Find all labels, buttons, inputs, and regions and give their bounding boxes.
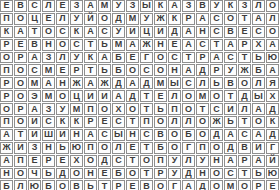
grid-cell-r5c2[interactable]: Р bbox=[14, 52, 27, 64]
grid-cell-r6c13[interactable]: Н bbox=[168, 64, 181, 76]
grid-cell-r2c5[interactable]: Л bbox=[56, 13, 69, 25]
grid-cell-r3c20[interactable]: О bbox=[266, 26, 279, 38]
grid-cell-r11c7[interactable]: А bbox=[84, 129, 97, 141]
grid-cell-r9c13[interactable]: П bbox=[168, 103, 181, 115]
grid-cell-r15c6[interactable]: В bbox=[70, 180, 83, 190]
grid-cell-r5c15[interactable]: Р bbox=[196, 52, 209, 64]
grid-cell-r8c14[interactable]: О bbox=[182, 90, 195, 102]
grid-cell-r13c17[interactable]: А bbox=[224, 155, 237, 167]
grid-cell-r10c11[interactable]: П bbox=[140, 116, 153, 128]
grid-cell-r12c5[interactable]: Ь bbox=[56, 142, 69, 154]
grid-cell-r11c14[interactable]: Б bbox=[182, 129, 195, 141]
grid-cell-r12c4[interactable]: Н bbox=[42, 142, 55, 154]
grid-cell-r3c14[interactable]: А bbox=[182, 26, 195, 38]
grid-cell-r14c9[interactable]: Б bbox=[112, 168, 125, 180]
grid-cell-r8c16[interactable]: О bbox=[210, 90, 223, 102]
grid-cell-r10c20[interactable]: К bbox=[266, 116, 279, 128]
grid-cell-r15c8[interactable]: Т bbox=[98, 180, 111, 190]
grid-cell-r1c18[interactable]: З bbox=[238, 0, 251, 12]
grid-cell-r7c5[interactable]: Н bbox=[56, 77, 69, 89]
grid-cell-r2c12[interactable]: Ж bbox=[154, 13, 167, 25]
grid-cell-r13c5[interactable]: Е bbox=[56, 155, 69, 167]
grid-cell-r14c5[interactable]: Д bbox=[56, 168, 69, 180]
grid-cell-r8c2[interactable]: О bbox=[14, 90, 27, 102]
grid-cell-r1c20[interactable]: О bbox=[266, 0, 279, 12]
grid-cell-r13c12[interactable]: П bbox=[154, 155, 167, 167]
grid-cell-r11c13[interactable]: О bbox=[168, 129, 181, 141]
grid-cell-r3c16[interactable]: С bbox=[210, 26, 223, 38]
grid-cell-r9c18[interactable]: Л bbox=[238, 103, 251, 115]
grid-cell-r2c9[interactable]: Д bbox=[112, 13, 125, 25]
grid-cell-r12c6[interactable]: Ю bbox=[70, 142, 83, 154]
grid-cell-r13c2[interactable]: П bbox=[14, 155, 27, 167]
grid-cell-r11c5[interactable]: И bbox=[56, 129, 69, 141]
grid-cell-r14c6[interactable]: О bbox=[70, 168, 83, 180]
grid-cell-r8c10[interactable]: Д bbox=[126, 90, 139, 102]
grid-cell-r11c11[interactable]: С bbox=[140, 129, 153, 141]
grid-cell-r4c17[interactable]: А bbox=[224, 39, 237, 51]
grid-cell-r13c13[interactable]: У bbox=[168, 155, 181, 167]
grid-cell-r1c11[interactable]: Ы bbox=[140, 0, 153, 12]
grid-cell-r6c20[interactable]: А bbox=[266, 64, 279, 76]
grid-cell-r9c5[interactable]: У bbox=[56, 103, 69, 115]
grid-cell-r1c12[interactable]: К bbox=[154, 0, 167, 12]
grid-cell-r13c7[interactable]: О bbox=[84, 155, 97, 167]
grid-cell-r12c1[interactable]: Ж bbox=[0, 142, 13, 154]
grid-cell-r15c5[interactable]: О bbox=[56, 180, 69, 190]
grid-cell-r9c6[interactable]: М bbox=[70, 103, 83, 115]
grid-cell-r9c8[interactable]: О bbox=[98, 103, 111, 115]
grid-cell-r11c1[interactable]: А bbox=[0, 129, 13, 141]
grid-cell-r13c15[interactable]: У bbox=[196, 155, 209, 167]
grid-cell-r8c8[interactable]: И bbox=[98, 90, 111, 102]
grid-cell-r14c7[interactable]: Н bbox=[84, 168, 97, 180]
grid-cell-r4c2[interactable]: Е bbox=[14, 39, 27, 51]
grid-cell-r3c6[interactable]: К bbox=[70, 26, 83, 38]
grid-cell-r5c11[interactable]: Г bbox=[140, 52, 153, 64]
grid-cell-r11c12[interactable]: В bbox=[154, 129, 167, 141]
grid-cell-r4c4[interactable]: Н bbox=[42, 39, 55, 51]
grid-cell-r6c12[interactable]: О bbox=[154, 64, 167, 76]
grid-cell-r9c1[interactable]: О bbox=[0, 103, 13, 115]
grid-cell-r12c20[interactable]: Г bbox=[266, 142, 279, 154]
grid-cell-r6c16[interactable]: Р bbox=[210, 64, 223, 76]
grid-cell-r3c10[interactable]: И bbox=[126, 26, 139, 38]
grid-cell-r13c11[interactable]: О bbox=[140, 155, 153, 167]
grid-cell-r15c1[interactable]: Б bbox=[0, 180, 13, 190]
grid-cell-r7c11[interactable]: Д bbox=[140, 77, 153, 89]
grid-cell-r5c12[interactable]: О bbox=[154, 52, 167, 64]
grid-cell-r15c12[interactable]: О bbox=[154, 180, 167, 190]
grid-cell-r4c15[interactable]: С bbox=[196, 39, 209, 51]
grid-cell-r8c7[interactable]: И bbox=[84, 90, 97, 102]
grid-cell-r9c19[interactable]: А bbox=[252, 103, 265, 115]
grid-cell-r1c15[interactable]: В bbox=[196, 0, 209, 12]
grid-cell-r4c12[interactable]: Н bbox=[154, 39, 167, 51]
grid-cell-r6c10[interactable]: О bbox=[126, 64, 139, 76]
grid-cell-r3c12[interactable]: И bbox=[154, 26, 167, 38]
grid-cell-r7c4[interactable]: А bbox=[42, 77, 55, 89]
grid-cell-r14c14[interactable]: Д bbox=[182, 168, 195, 180]
grid-cell-r2c10[interactable]: М bbox=[126, 13, 139, 25]
grid-cell-r12c15[interactable]: П bbox=[196, 142, 209, 154]
grid-cell-r2c14[interactable]: Р bbox=[182, 13, 195, 25]
grid-cell-r2c11[interactable]: У bbox=[140, 13, 153, 25]
grid-cell-r13c18[interactable]: Р bbox=[238, 155, 251, 167]
grid-cell-r4c7[interactable]: Т bbox=[84, 39, 97, 51]
grid-cell-r1c5[interactable]: Е bbox=[56, 0, 69, 12]
grid-cell-r15c3[interactable]: Ю bbox=[28, 180, 41, 190]
grid-cell-r11c19[interactable]: А bbox=[252, 129, 265, 141]
grid-cell-r11c6[interactable]: Н bbox=[70, 129, 83, 141]
grid-cell-r8c6[interactable]: Ц bbox=[70, 90, 83, 102]
grid-cell-r6c14[interactable]: А bbox=[182, 64, 195, 76]
grid-cell-r3c3[interactable]: Т bbox=[28, 26, 41, 38]
grid-cell-r12c14[interactable]: Г bbox=[182, 142, 195, 154]
grid-cell-r4c9[interactable]: М bbox=[112, 39, 125, 51]
grid-cell-r10c7[interactable]: Р bbox=[84, 116, 97, 128]
grid-cell-r12c10[interactable]: Е bbox=[126, 142, 139, 154]
grid-cell-r14c13[interactable]: У bbox=[168, 168, 181, 180]
grid-cell-r1c4[interactable]: Л bbox=[42, 0, 55, 12]
grid-cell-r3c9[interactable]: У bbox=[112, 26, 125, 38]
grid-cell-r7c15[interactable]: Л bbox=[196, 77, 209, 89]
grid-cell-r15c7[interactable]: Ь bbox=[84, 180, 97, 190]
grid-cell-r2c16[interactable]: С bbox=[210, 13, 223, 25]
grid-cell-r4c1[interactable]: Р bbox=[0, 39, 13, 51]
grid-cell-r4c6[interactable]: С bbox=[70, 39, 83, 51]
grid-cell-r7c19[interactable]: Л bbox=[252, 77, 265, 89]
grid-cell-r7c3[interactable]: М bbox=[28, 77, 41, 89]
grid-cell-r4c8[interactable]: Ь bbox=[98, 39, 111, 51]
grid-cell-r9c9[interactable]: Х bbox=[112, 103, 125, 115]
grid-cell-r9c17[interactable]: И bbox=[224, 103, 237, 115]
grid-cell-r14c10[interactable]: О bbox=[126, 168, 139, 180]
grid-cell-r4c16[interactable]: Т bbox=[210, 39, 223, 51]
grid-cell-r5c3[interactable]: А bbox=[28, 52, 41, 64]
grid-cell-r11c3[interactable]: И bbox=[28, 129, 41, 141]
grid-cell-r5c16[interactable]: А bbox=[210, 52, 223, 64]
grid-cell-r14c16[interactable]: О bbox=[210, 168, 223, 180]
grid-cell-r5c20[interactable]: Ю bbox=[266, 52, 279, 64]
grid-cell-r12c17[interactable]: Д bbox=[224, 142, 237, 154]
grid-cell-r9c10[interactable]: О bbox=[126, 103, 139, 115]
grid-cell-r4c11[interactable]: Ж bbox=[140, 39, 153, 51]
grid-cell-r6c18[interactable]: Ж bbox=[238, 64, 251, 76]
grid-cell-r5c5[interactable]: Л bbox=[56, 52, 69, 64]
grid-cell-r3c8[interactable]: С bbox=[98, 26, 111, 38]
grid-cell-r3c4[interactable]: О bbox=[42, 26, 55, 38]
grid-cell-r8c3[interactable]: Э bbox=[28, 90, 41, 102]
grid-cell-r4c13[interactable]: Е bbox=[168, 39, 181, 51]
grid-cell-r6c8[interactable]: Ь bbox=[98, 64, 111, 76]
grid-cell-r7c6[interactable]: Ж bbox=[70, 77, 83, 89]
grid-cell-r3c1[interactable]: К bbox=[0, 26, 13, 38]
grid-cell-r14c4[interactable]: Ь bbox=[42, 168, 55, 180]
grid-cell-r7c17[interactable]: В bbox=[224, 77, 237, 89]
grid-cell-r14c3[interactable]: Ч bbox=[28, 168, 41, 180]
grid-cell-r1c1[interactable]: Е bbox=[0, 0, 13, 12]
grid-cell-r3c13[interactable]: Д bbox=[168, 26, 181, 38]
grid-cell-r12c13[interactable]: О bbox=[168, 142, 181, 154]
grid-cell-r15c10[interactable]: Е bbox=[126, 180, 139, 190]
grid-cell-r9c16[interactable]: С bbox=[210, 103, 223, 115]
grid-cell-r6c2[interactable]: О bbox=[14, 64, 27, 76]
grid-cell-r14c20[interactable]: Ю bbox=[266, 168, 279, 180]
grid-cell-r12c8[interactable]: О bbox=[98, 142, 111, 154]
grid-cell-r13c4[interactable]: Р bbox=[42, 155, 55, 167]
grid-cell-r3c11[interactable]: Ц bbox=[140, 26, 153, 38]
grid-cell-r2c4[interactable]: Е bbox=[42, 13, 55, 25]
grid-cell-r1c8[interactable]: М bbox=[98, 0, 111, 12]
grid-cell-r8c11[interactable]: Т bbox=[140, 90, 153, 102]
grid-cell-r5c8[interactable]: А bbox=[98, 52, 111, 64]
grid-cell-r7c16[interactable]: Ь bbox=[210, 77, 223, 89]
grid-cell-r10c17[interactable]: Ь bbox=[224, 116, 237, 128]
grid-cell-r8c12[interactable]: Е bbox=[154, 90, 167, 102]
grid-cell-r10c4[interactable]: С bbox=[42, 116, 55, 128]
grid-cell-r13c20[interactable]: Й bbox=[266, 155, 279, 167]
grid-cell-r10c3[interactable]: И bbox=[28, 116, 41, 128]
grid-cell-r2c3[interactable]: Ц bbox=[28, 13, 41, 25]
grid-cell-r1c9[interactable]: У bbox=[112, 0, 125, 12]
grid-cell-r6c11[interactable]: С bbox=[140, 64, 153, 76]
grid-cell-r11c10[interactable]: Н bbox=[126, 129, 139, 141]
grid-cell-r6c5[interactable]: Е bbox=[56, 64, 69, 76]
grid-cell-r5c7[interactable]: К bbox=[84, 52, 97, 64]
grid-cell-r10c15[interactable]: О bbox=[196, 116, 209, 128]
grid-cell-r1c7[interactable]: А bbox=[84, 0, 97, 12]
grid-cell-r12c9[interactable]: Л bbox=[112, 142, 125, 154]
grid-cell-r10c18[interactable]: Т bbox=[238, 116, 251, 128]
grid-cell-r1c14[interactable]: З bbox=[182, 0, 195, 12]
grid-cell-r10c10[interactable]: Т bbox=[126, 116, 139, 128]
grid-cell-r9c3[interactable]: А bbox=[28, 103, 41, 115]
grid-cell-r7c1[interactable]: Р bbox=[0, 77, 13, 89]
grid-cell-r15c4[interactable]: Б bbox=[42, 180, 55, 190]
grid-cell-r6c19[interactable]: Б bbox=[252, 64, 265, 76]
grid-cell-r8c9[interactable]: А bbox=[112, 90, 125, 102]
grid-cell-r12c3[interactable]: З bbox=[28, 142, 41, 154]
grid-cell-r13c1[interactable]: А bbox=[0, 155, 13, 167]
grid-cell-r5c6[interactable]: У bbox=[70, 52, 83, 64]
grid-cell-r10c8[interactable]: Е bbox=[98, 116, 111, 128]
grid-cell-r12c18[interactable]: В bbox=[238, 142, 251, 154]
grid-cell-r13c14[interactable]: Л bbox=[182, 155, 195, 167]
grid-cell-r6c4[interactable]: М bbox=[42, 64, 55, 76]
grid-cell-r11c17[interactable]: А bbox=[224, 129, 237, 141]
grid-cell-r9c11[interactable]: Т bbox=[140, 103, 153, 115]
grid-cell-r2c6[interactable]: У bbox=[70, 13, 83, 25]
grid-cell-r1c19[interactable]: Л bbox=[252, 0, 265, 12]
grid-cell-r5c1[interactable]: О bbox=[0, 52, 13, 64]
grid-cell-r1c2[interactable]: В bbox=[14, 0, 27, 12]
grid-cell-r8c19[interactable]: Ы bbox=[252, 90, 265, 102]
grid-cell-r2c17[interactable]: О bbox=[224, 13, 237, 25]
grid-cell-r7c20[interactable]: Я bbox=[266, 77, 279, 89]
grid-cell-r3c5[interactable]: С bbox=[56, 26, 69, 38]
grid-cell-r6c9[interactable]: Б bbox=[112, 64, 125, 76]
grid-cell-r5c9[interactable]: Б bbox=[112, 52, 125, 64]
grid-cell-r15c19[interactable]: Р bbox=[252, 180, 265, 190]
grid-cell-r2c15[interactable]: А bbox=[196, 13, 209, 25]
grid-cell-r7c18[interactable]: О bbox=[238, 77, 251, 89]
grid-cell-r6c7[interactable]: Т bbox=[84, 64, 97, 76]
grid-cell-r10c9[interactable]: С bbox=[112, 116, 125, 128]
grid-cell-r4c18[interactable]: Р bbox=[238, 39, 251, 51]
grid-cell-r5c14[interactable]: Т bbox=[182, 52, 195, 64]
grid-cell-r5c10[interactable]: Е bbox=[126, 52, 139, 64]
grid-cell-r5c4[interactable]: З bbox=[42, 52, 55, 64]
grid-cell-r3c17[interactable]: В bbox=[224, 26, 237, 38]
grid-cell-r2c20[interactable]: Л bbox=[266, 13, 279, 25]
grid-cell-r7c8[interactable]: Ж bbox=[98, 77, 111, 89]
grid-cell-r9c20[interactable]: Д bbox=[266, 103, 279, 115]
grid-cell-r12c2[interactable]: И bbox=[14, 142, 27, 154]
grid-cell-r9c12[interactable]: Ь bbox=[154, 103, 167, 115]
grid-cell-r10c14[interactable]: Л bbox=[182, 116, 195, 128]
grid-cell-r9c4[interactable]: З bbox=[42, 103, 55, 115]
grid-cell-r15c20[interactable]: Е bbox=[266, 180, 279, 190]
grid-cell-r15c9[interactable]: Р bbox=[112, 180, 125, 190]
grid-cell-r4c10[interactable]: А bbox=[126, 39, 139, 51]
grid-cell-r14c15[interactable]: Н bbox=[196, 168, 209, 180]
grid-cell-r7c9[interactable]: Д bbox=[112, 77, 125, 89]
grid-cell-r5c19[interactable]: Ь bbox=[252, 52, 265, 64]
grid-cell-r7c2[interactable]: О bbox=[14, 77, 27, 89]
grid-cell-r15c13[interactable]: Г bbox=[168, 180, 181, 190]
grid-cell-r11c18[interactable]: С bbox=[238, 129, 251, 141]
grid-cell-r12c11[interactable]: Т bbox=[140, 142, 153, 154]
grid-cell-r13c19[interactable]: А bbox=[252, 155, 265, 167]
grid-cell-r6c3[interactable]: С bbox=[28, 64, 41, 76]
grid-cell-r7c7[interactable]: А bbox=[84, 77, 97, 89]
grid-cell-r14c19[interactable]: Ь bbox=[252, 168, 265, 180]
grid-cell-r1c17[interactable]: К bbox=[224, 0, 237, 12]
grid-cell-r14c1[interactable]: Н bbox=[0, 168, 13, 180]
grid-cell-r2c1[interactable]: П bbox=[0, 13, 13, 25]
grid-cell-r11c20[interactable]: Д bbox=[266, 129, 279, 141]
grid-cell-r10c12[interactable]: О bbox=[154, 116, 167, 128]
grid-cell-r14c12[interactable]: Р bbox=[154, 168, 167, 180]
grid-cell-r5c18[interactable]: Т bbox=[238, 52, 251, 64]
grid-cell-r14c11[interactable]: Т bbox=[140, 168, 153, 180]
grid-cell-r11c15[interactable]: О bbox=[196, 129, 209, 141]
grid-cell-r2c13[interactable]: К bbox=[168, 13, 181, 25]
grid-cell-r13c8[interactable]: Д bbox=[98, 155, 111, 167]
grid-cell-r5c17[interactable]: С bbox=[224, 52, 237, 64]
grid-cell-r9c14[interactable]: О bbox=[182, 103, 195, 115]
grid-cell-r4c5[interactable]: О bbox=[56, 39, 69, 51]
grid-cell-r2c8[interactable]: О bbox=[98, 13, 111, 25]
grid-cell-r15c17[interactable]: М bbox=[224, 180, 237, 190]
grid-cell-r9c7[interactable]: П bbox=[84, 103, 97, 115]
grid-cell-r10c16[interactable]: Ж bbox=[210, 116, 223, 128]
grid-cell-r1c10[interactable]: З bbox=[126, 0, 139, 12]
grid-cell-r11c2[interactable]: Т bbox=[14, 129, 27, 141]
grid-cell-r10c6[interactable]: К bbox=[70, 116, 83, 128]
grid-cell-r8c18[interactable]: Д bbox=[238, 90, 251, 102]
grid-cell-r14c18[interactable]: Т bbox=[238, 168, 251, 180]
grid-cell-r3c18[interactable]: Е bbox=[238, 26, 251, 38]
grid-cell-r2c2[interactable]: О bbox=[14, 13, 27, 25]
grid-cell-r8c17[interactable]: Т bbox=[224, 90, 237, 102]
grid-cell-r8c15[interactable]: М bbox=[196, 90, 209, 102]
grid-cell-r6c17[interactable]: У bbox=[224, 64, 237, 76]
grid-cell-r12c12[interactable]: Б bbox=[154, 142, 167, 154]
grid-cell-r15c16[interactable]: О bbox=[210, 180, 223, 190]
grid-cell-r1c13[interactable]: А bbox=[168, 0, 181, 12]
grid-cell-r13c10[interactable]: Т bbox=[126, 155, 139, 167]
grid-cell-r15c11[interactable]: В bbox=[140, 180, 153, 190]
grid-cell-r11c9[interactable]: Ы bbox=[112, 129, 125, 141]
grid-cell-r4c20[interactable]: А bbox=[266, 39, 279, 51]
grid-cell-r3c19[interactable]: С bbox=[252, 26, 265, 38]
grid-cell-r14c17[interactable]: С bbox=[224, 168, 237, 180]
grid-cell-r2c19[interactable]: А bbox=[252, 13, 265, 25]
grid-cell-r4c19[interactable]: Х bbox=[252, 39, 265, 51]
grid-cell-r4c14[interactable]: А bbox=[182, 39, 195, 51]
grid-cell-r8c20[interactable]: Х bbox=[266, 90, 279, 102]
grid-cell-r2c7[interactable]: Й bbox=[84, 13, 97, 25]
grid-cell-r10c19[interactable]: О bbox=[252, 116, 265, 128]
grid-cell-r12c19[interactable]: И bbox=[252, 142, 265, 154]
grid-cell-r15c15[interactable]: Д bbox=[196, 180, 209, 190]
grid-cell-r2c18[interactable]: Т bbox=[238, 13, 251, 25]
grid-cell-r3c7[interactable]: А bbox=[84, 26, 97, 38]
grid-cell-r10c5[interactable]: К bbox=[56, 116, 69, 128]
grid-cell-r4c3[interactable]: В bbox=[28, 39, 41, 51]
grid-cell-r15c18[interactable]: О bbox=[238, 180, 251, 190]
grid-cell-r13c9[interactable]: С bbox=[112, 155, 125, 167]
grid-cell-r11c4[interactable]: Ш bbox=[42, 129, 55, 141]
grid-cell-r12c7[interactable]: П bbox=[84, 142, 97, 154]
grid-cell-r7c14[interactable]: С bbox=[182, 77, 195, 89]
grid-cell-r6c6[interactable]: Р bbox=[70, 64, 83, 76]
grid-cell-r10c1[interactable]: П bbox=[0, 116, 13, 128]
grid-cell-r15c14[interactable]: А bbox=[182, 180, 195, 190]
grid-cell-r6c1[interactable]: П bbox=[0, 64, 13, 76]
grid-cell-r1c3[interactable]: С bbox=[28, 0, 41, 12]
grid-cell-r14c2[interactable]: О bbox=[14, 168, 27, 180]
grid-cell-r3c15[interactable]: Н bbox=[196, 26, 209, 38]
grid-cell-r3c2[interactable]: А bbox=[14, 26, 27, 38]
grid-cell-r7c12[interactable]: М bbox=[154, 77, 167, 89]
grid-cell-r9c2[interactable]: Р bbox=[14, 103, 27, 115]
grid-cell-r11c16[interactable]: Д bbox=[210, 129, 223, 141]
grid-cell-r10c2[interactable]: О bbox=[14, 116, 27, 128]
grid-cell-r8c1[interactable]: Р bbox=[0, 90, 13, 102]
grid-cell-r10c13[interactable]: Л bbox=[168, 116, 181, 128]
grid-cell-r1c6[interactable]: З bbox=[70, 0, 83, 12]
grid-cell-r8c5[interactable]: О bbox=[56, 90, 69, 102]
grid-cell-r15c2[interactable]: Л bbox=[14, 180, 27, 190]
grid-cell-r7c13[interactable]: Ы bbox=[168, 77, 181, 89]
grid-cell-r5c13[interactable]: С bbox=[168, 52, 181, 64]
grid-cell-r11c8[interactable]: С bbox=[98, 129, 111, 141]
grid-cell-r8c13[interactable]: Л bbox=[168, 90, 181, 102]
grid-cell-r7c10[interactable]: А bbox=[126, 77, 139, 89]
grid-cell-r12c16[interactable]: О bbox=[210, 142, 223, 154]
grid-cell-r13c16[interactable]: Н bbox=[210, 155, 223, 167]
grid-cell-r14c8[interactable]: Е bbox=[98, 168, 111, 180]
grid-cell-r8c4[interactable]: М bbox=[42, 90, 55, 102]
grid-cell-r1c16[interactable]: У bbox=[210, 0, 223, 12]
grid-cell-r6c15[interactable]: Д bbox=[196, 64, 209, 76]
grid-cell-r13c6[interactable]: Х bbox=[70, 155, 83, 167]
grid-cell-r13c3[interactable]: Е bbox=[28, 155, 41, 167]
grid-cell-r9c15[interactable]: Т bbox=[196, 103, 209, 115]
